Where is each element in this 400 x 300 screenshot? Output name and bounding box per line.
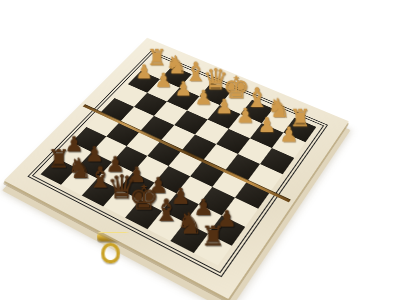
piece-black-rook[interactable]: ♜ xyxy=(191,201,235,250)
chess-box: ♜♞♝♛♚♝♞♜♟♟♟♟♟♟♟♟♟♟♟♟♟♟♟♟♜♞♝♛♚♝♞♜ xyxy=(4,38,349,299)
latch-ring xyxy=(101,242,120,263)
chess-set-photo: ♜♞♝♛♚♝♞♜♟♟♟♟♟♟♟♟♟♟♟♟♟♟♟♟♜♞♝♛♚♝♞♜ xyxy=(0,0,400,300)
